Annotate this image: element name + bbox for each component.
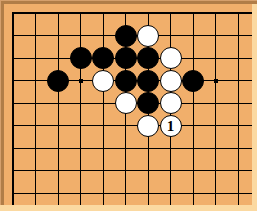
white-stone[interactable] [160, 70, 182, 92]
black-stone[interactable] [115, 25, 137, 47]
grid-line-horizontal [12, 125, 252, 126]
black-stone[interactable] [92, 47, 114, 69]
white-stone[interactable] [115, 92, 137, 114]
grid-line-horizontal [12, 12, 252, 14]
star-point [79, 79, 83, 83]
white-stone[interactable]: 1 [160, 115, 182, 137]
grid-line-vertical [35, 12, 36, 205]
goban-grid[interactable]: 1 [4, 4, 252, 205]
white-stone[interactable] [137, 25, 159, 47]
white-stone[interactable] [92, 70, 114, 92]
grid-line-vertical [12, 12, 14, 205]
white-stone[interactable] [160, 47, 182, 69]
black-stone[interactable] [137, 92, 159, 114]
grid-line-horizontal [12, 148, 252, 149]
black-stone[interactable] [115, 70, 137, 92]
white-stone[interactable] [137, 115, 159, 137]
black-stone[interactable] [137, 47, 159, 69]
grid-line-vertical [80, 12, 81, 205]
white-stone[interactable] [160, 92, 182, 114]
star-point [214, 79, 218, 83]
grid-line-vertical [215, 12, 216, 205]
go-board-diagram: 1 [0, 0, 257, 211]
black-stone[interactable] [137, 70, 159, 92]
grid-line-horizontal [12, 193, 252, 194]
black-stone[interactable] [115, 47, 137, 69]
move-number-label: 1 [161, 116, 181, 136]
board-frame-right [252, 4, 257, 205]
grid-line-vertical [58, 12, 59, 205]
black-stone[interactable] [47, 70, 69, 92]
grid-line-horizontal [12, 170, 252, 171]
grid-line-vertical [103, 12, 104, 205]
board-frame-highlight-top [0, 0, 257, 1]
black-stone[interactable] [182, 70, 204, 92]
board-frame-bottom [0, 205, 257, 211]
board-frame-highlight-left [0, 1, 1, 205]
black-stone[interactable] [70, 47, 92, 69]
grid-line-vertical [238, 12, 239, 205]
grid-line-vertical [193, 12, 194, 205]
